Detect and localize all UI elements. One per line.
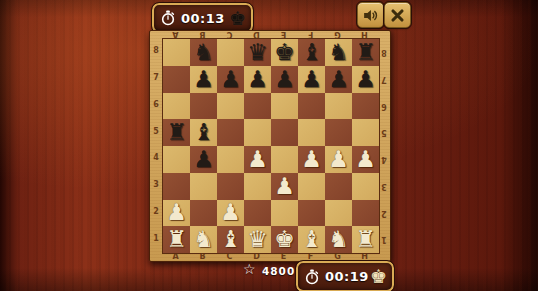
square-e8[interactable]: ♚ bbox=[271, 39, 298, 66]
square-e3[interactable]: ♟ bbox=[271, 173, 298, 200]
app-window: 00:13 ♚ ABCDEFGH 87654321 87654321 ABCDE… bbox=[0, 0, 538, 291]
square-a2[interactable]: ♟ bbox=[163, 200, 190, 227]
square-f8[interactable]: ♝ bbox=[298, 39, 325, 66]
white-timer-panel: 00:19 ♚ bbox=[296, 261, 394, 291]
square-g2[interactable] bbox=[325, 200, 352, 227]
square-f6[interactable] bbox=[298, 93, 325, 120]
square-e6[interactable] bbox=[271, 93, 298, 120]
white-knight: ♞ bbox=[193, 228, 214, 251]
white-rook: ♜ bbox=[166, 228, 187, 251]
white-pawn: ♟ bbox=[220, 201, 241, 224]
white-bishop: ♝ bbox=[301, 228, 322, 251]
black-knight: ♞ bbox=[193, 41, 214, 64]
black-rook: ♜ bbox=[166, 121, 187, 144]
square-c7[interactable]: ♟ bbox=[217, 66, 244, 93]
white-bishop: ♝ bbox=[220, 228, 241, 251]
white-pawn: ♟ bbox=[328, 148, 349, 171]
black-knight: ♞ bbox=[328, 41, 349, 64]
square-d3[interactable] bbox=[244, 173, 271, 200]
square-a6[interactable] bbox=[163, 93, 190, 120]
square-b6[interactable] bbox=[190, 93, 217, 120]
square-a4[interactable] bbox=[163, 146, 190, 173]
white-king: ♚ bbox=[274, 228, 295, 251]
black-bishop: ♝ bbox=[301, 41, 322, 64]
square-g7[interactable]: ♟ bbox=[325, 66, 352, 93]
close-icon bbox=[390, 8, 405, 23]
square-f4[interactable]: ♟ bbox=[298, 146, 325, 173]
square-f3[interactable] bbox=[298, 173, 325, 200]
square-f1[interactable]: ♝ bbox=[298, 226, 325, 253]
square-c8[interactable] bbox=[217, 39, 244, 66]
black-timer-value: 00:13 bbox=[181, 11, 225, 26]
square-a1[interactable]: ♜ bbox=[163, 226, 190, 253]
black-pawn: ♟ bbox=[274, 68, 295, 91]
square-a8[interactable] bbox=[163, 39, 190, 66]
square-c6[interactable] bbox=[217, 93, 244, 120]
square-g5[interactable] bbox=[325, 119, 352, 146]
square-g3[interactable] bbox=[325, 173, 352, 200]
square-b1[interactable]: ♞ bbox=[190, 226, 217, 253]
square-e7[interactable]: ♟ bbox=[271, 66, 298, 93]
black-pawn: ♟ bbox=[301, 68, 322, 91]
square-h6[interactable] bbox=[352, 93, 379, 120]
square-h4[interactable]: ♟ bbox=[352, 146, 379, 173]
square-f2[interactable] bbox=[298, 200, 325, 227]
black-pawn: ♟ bbox=[193, 148, 214, 171]
square-b4[interactable]: ♟ bbox=[190, 146, 217, 173]
square-d2[interactable] bbox=[244, 200, 271, 227]
white-king-icon: ♚ bbox=[370, 267, 387, 286]
file-labels-top: ABCDEFGH bbox=[162, 30, 378, 38]
square-d5[interactable] bbox=[244, 119, 271, 146]
square-b5[interactable]: ♝ bbox=[190, 119, 217, 146]
black-king-icon: ♚ bbox=[229, 9, 246, 28]
square-h1[interactable]: ♜ bbox=[352, 226, 379, 253]
white-pawn: ♟ bbox=[301, 148, 322, 171]
square-e2[interactable] bbox=[271, 200, 298, 227]
black-queen: ♛ bbox=[247, 41, 268, 64]
square-c1[interactable]: ♝ bbox=[217, 226, 244, 253]
square-h8[interactable]: ♜ bbox=[352, 39, 379, 66]
square-f7[interactable]: ♟ bbox=[298, 66, 325, 93]
square-e5[interactable] bbox=[271, 119, 298, 146]
square-c4[interactable] bbox=[217, 146, 244, 173]
black-bishop: ♝ bbox=[193, 121, 214, 144]
square-g1[interactable]: ♞ bbox=[325, 226, 352, 253]
square-e1[interactable]: ♚ bbox=[271, 226, 298, 253]
square-a7[interactable] bbox=[163, 66, 190, 93]
score-value: 4800 bbox=[262, 265, 295, 277]
black-timer-panel: 00:13 ♚ bbox=[152, 3, 253, 33]
white-timer-value: 00:19 bbox=[325, 269, 369, 284]
chess-board: ABCDEFGH 87654321 87654321 ABCDEFGH ♞♛♚♝… bbox=[149, 30, 391, 262]
square-b3[interactable] bbox=[190, 173, 217, 200]
sound-button[interactable] bbox=[357, 2, 384, 28]
black-king: ♚ bbox=[274, 41, 295, 64]
black-pawn: ♟ bbox=[193, 68, 214, 91]
close-button[interactable] bbox=[384, 2, 411, 28]
stopwatch-icon bbox=[305, 269, 319, 285]
square-h5[interactable] bbox=[352, 119, 379, 146]
rank-labels-left: 87654321 bbox=[150, 38, 162, 252]
white-pawn: ♟ bbox=[247, 148, 268, 171]
square-d1[interactable]: ♛ bbox=[244, 226, 271, 253]
square-d6[interactable] bbox=[244, 93, 271, 120]
stopwatch-icon bbox=[161, 10, 175, 26]
board-squares: ♞♛♚♝♞♜♟♟♟♟♟♟♟♜♝♟♟♟♟♟♟♟♟♜♞♝♛♚♝♞♜ bbox=[162, 38, 380, 254]
white-queen: ♛ bbox=[247, 228, 268, 251]
square-h7[interactable]: ♟ bbox=[352, 66, 379, 93]
square-b8[interactable]: ♞ bbox=[190, 39, 217, 66]
square-d4[interactable]: ♟ bbox=[244, 146, 271, 173]
square-c3[interactable] bbox=[217, 173, 244, 200]
black-pawn: ♟ bbox=[355, 68, 376, 91]
square-h2[interactable] bbox=[352, 200, 379, 227]
square-c5[interactable] bbox=[217, 119, 244, 146]
white-pawn: ♟ bbox=[166, 201, 187, 224]
square-d7[interactable]: ♟ bbox=[244, 66, 271, 93]
black-rook: ♜ bbox=[355, 41, 376, 64]
square-c2[interactable]: ♟ bbox=[217, 200, 244, 227]
square-g4[interactable]: ♟ bbox=[325, 146, 352, 173]
white-pawn: ♟ bbox=[355, 148, 376, 171]
speaker-icon bbox=[362, 7, 379, 24]
black-pawn: ♟ bbox=[247, 68, 268, 91]
square-d8[interactable]: ♛ bbox=[244, 39, 271, 66]
square-g8[interactable]: ♞ bbox=[325, 39, 352, 66]
square-a3[interactable] bbox=[163, 173, 190, 200]
square-f5[interactable] bbox=[298, 119, 325, 146]
square-g6[interactable] bbox=[325, 93, 352, 120]
star-icon: ☆ bbox=[243, 261, 256, 277]
square-b7[interactable]: ♟ bbox=[190, 66, 217, 93]
white-pawn: ♟ bbox=[274, 175, 295, 198]
white-rook: ♜ bbox=[355, 228, 376, 251]
square-a5[interactable]: ♜ bbox=[163, 119, 190, 146]
square-h3[interactable] bbox=[352, 173, 379, 200]
square-b2[interactable] bbox=[190, 200, 217, 227]
black-pawn: ♟ bbox=[220, 68, 241, 91]
black-pawn: ♟ bbox=[328, 68, 349, 91]
square-e4[interactable] bbox=[271, 146, 298, 173]
white-knight: ♞ bbox=[328, 228, 349, 251]
